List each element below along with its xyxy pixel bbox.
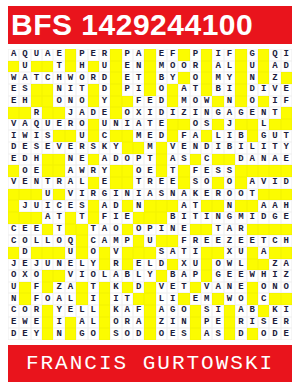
letter-cell: E <box>8 84 19 96</box>
letter-cell: Y <box>99 96 110 108</box>
letter-cell: U <box>247 61 258 73</box>
blocked-cell <box>247 200 258 212</box>
letter-cell: X <box>178 259 189 271</box>
letter-cell: E <box>144 130 155 142</box>
blocked-cell <box>42 328 53 340</box>
blocked-cell <box>19 293 30 305</box>
letter-cell: I <box>201 212 212 224</box>
letter-cell: L <box>99 270 110 282</box>
letter-cell: N <box>247 72 258 84</box>
letter-cell: C <box>99 130 110 142</box>
letter-cell: O <box>156 84 167 96</box>
letter-cell: S <box>212 328 223 340</box>
letter-cell: S <box>178 154 189 166</box>
letter-cell: A <box>42 212 53 224</box>
letter-cell: I <box>258 84 269 96</box>
letter-cell: N <box>65 154 76 166</box>
letter-cell: D <box>110 154 121 166</box>
blocked-cell <box>122 247 133 259</box>
letter-cell: T <box>53 212 64 224</box>
letter-cell: E <box>281 154 292 166</box>
letter-cell: N <box>133 200 144 212</box>
letter-cell: E <box>156 177 167 189</box>
letter-cell: E <box>281 328 292 340</box>
letter-cell: B <box>224 142 235 154</box>
blocked-cell <box>190 328 201 340</box>
blocked-cell <box>144 84 155 96</box>
letter-cell: C <box>8 224 19 236</box>
letter-cell: E <box>281 84 292 96</box>
letter-cell: O <box>122 154 133 166</box>
letter-cell: H <box>281 235 292 247</box>
blocked-cell <box>156 154 167 166</box>
blocked-cell <box>201 259 212 271</box>
blocked-cell <box>235 49 246 61</box>
letter-cell: E <box>235 270 246 282</box>
blocked-cell <box>133 235 144 247</box>
blocked-cell <box>99 293 110 305</box>
blocked-cell <box>99 328 110 340</box>
letter-cell: V <box>156 282 167 294</box>
letter-cell: I <box>65 84 76 96</box>
blocked-cell <box>144 212 155 224</box>
letter-cell: H <box>31 154 42 166</box>
letter-cell: Z <box>281 270 292 282</box>
blocked-cell <box>42 107 53 119</box>
blocked-cell <box>122 224 133 236</box>
letter-cell: R <box>76 142 87 154</box>
letter-cell: P <box>122 49 133 61</box>
letter-cell: I <box>42 200 53 212</box>
letter-cell: F <box>133 305 144 317</box>
letter-cell: B <box>247 305 258 317</box>
letter-cell: N <box>133 61 144 73</box>
blocked-cell <box>156 142 167 154</box>
letter-cell: T <box>53 224 64 236</box>
letter-cell: T <box>247 189 258 201</box>
blocked-cell <box>167 200 178 212</box>
letter-cell: R <box>235 317 246 329</box>
letter-cell: V <box>8 119 19 131</box>
letter-cell: F <box>178 235 189 247</box>
letter-cell: D <box>258 212 269 224</box>
letter-cell: Y <box>31 328 42 340</box>
letter-cell: E <box>122 72 133 84</box>
letter-cell: O <box>212 259 223 271</box>
blocked-cell <box>110 177 121 189</box>
blocked-cell <box>258 305 269 317</box>
letter-cell: R <box>212 189 223 201</box>
letter-cell: C <box>8 305 19 317</box>
letter-cell: N <box>190 142 201 154</box>
blocked-cell <box>133 293 144 305</box>
letter-cell: T <box>133 177 144 189</box>
blocked-cell <box>201 224 212 236</box>
letter-cell: V <box>167 142 178 154</box>
letter-cell: I <box>224 84 235 96</box>
blocked-cell <box>201 200 212 212</box>
blocked-cell <box>156 212 167 224</box>
letter-cell: E <box>269 317 280 329</box>
letter-cell: E <box>8 317 19 329</box>
letter-cell: N <box>65 96 76 108</box>
letter-cell: D <box>99 72 110 84</box>
letter-cell: S <box>156 247 167 259</box>
blocked-cell <box>8 61 19 73</box>
letter-cell: N <box>258 107 269 119</box>
letter-cell: A <box>42 49 53 61</box>
letter-cell: N <box>167 224 178 236</box>
letter-cell: C <box>8 235 19 247</box>
letter-cell: S <box>201 305 212 317</box>
letter-cell: D <box>156 259 167 271</box>
letter-cell: F <box>167 49 178 61</box>
letter-cell: S <box>19 84 30 96</box>
blocked-cell <box>65 49 76 61</box>
letter-cell: C <box>88 235 99 247</box>
letter-cell: R <box>99 49 110 61</box>
letter-cell: E <box>53 119 64 131</box>
letter-cell: O <box>133 165 144 177</box>
letter-cell: O <box>31 270 42 282</box>
letter-cell: G <box>258 130 269 142</box>
letter-cell: L <box>42 235 53 247</box>
letter-cell: L <box>76 177 87 189</box>
blocked-cell <box>110 96 121 108</box>
letter-cell: Y <box>281 142 292 154</box>
letter-cell: L <box>133 270 144 282</box>
letter-cell: A <box>178 189 189 201</box>
letter-cell: D <box>88 107 99 119</box>
letter-cell: T <box>53 61 64 73</box>
letter-cell: V <box>8 177 19 189</box>
blocked-cell <box>178 72 189 84</box>
letter-cell: C <box>269 235 280 247</box>
blocked-cell <box>42 61 53 73</box>
blocked-cell <box>167 259 178 271</box>
letter-cell: T <box>178 247 189 259</box>
letter-cell: A <box>201 328 212 340</box>
letter-cell: A <box>247 177 258 189</box>
letter-cell: Q <box>19 49 30 61</box>
letter-cell: L <box>235 259 246 271</box>
letter-cell: W <box>76 165 87 177</box>
letter-cell: M <box>133 130 144 142</box>
letter-cell: E <box>167 328 178 340</box>
letter-cell: G <box>167 305 178 317</box>
blocked-cell <box>65 130 76 142</box>
letter-cell: E <box>212 235 223 247</box>
letter-cell: O <box>76 119 87 131</box>
blocked-cell <box>167 96 178 108</box>
letter-cell: A <box>224 224 235 236</box>
blocked-cell <box>88 154 99 166</box>
letter-cell: E <box>19 224 30 236</box>
letter-cell: L <box>76 305 87 317</box>
letter-cell: A <box>65 177 76 189</box>
letter-cell: Y <box>224 72 235 84</box>
letter-cell: I <box>281 305 292 317</box>
blocked-cell <box>156 165 167 177</box>
letter-cell: I <box>53 317 64 329</box>
letter-cell: E <box>31 165 42 177</box>
letter-cell: I <box>247 317 258 329</box>
letter-cell: K <box>190 189 201 201</box>
letter-cell: N <box>53 328 64 340</box>
letter-cell: S <box>224 165 235 177</box>
blocked-cell <box>167 235 178 247</box>
letter-cell: M <box>110 235 121 247</box>
blocked-cell <box>88 212 99 224</box>
blocked-cell <box>76 247 87 259</box>
letter-cell: V <box>65 270 76 282</box>
letter-cell: T <box>178 282 189 294</box>
letter-cell: F <box>190 165 201 177</box>
letter-cell: M <box>178 96 189 108</box>
letter-cell: A <box>65 282 76 294</box>
letter-cell: O <box>19 305 30 317</box>
letter-cell: S <box>178 328 189 340</box>
letter-cell: O <box>258 328 269 340</box>
letter-cell: R <box>110 259 121 271</box>
letter-cell: W <box>224 259 235 271</box>
letter-cell: O <box>247 96 258 108</box>
blocked-cell <box>156 235 167 247</box>
letter-cell: R <box>65 119 76 131</box>
blocked-cell <box>212 247 223 259</box>
letter-cell: N <box>224 282 235 294</box>
letter-cell: N <box>110 119 121 131</box>
blocked-cell <box>144 282 155 294</box>
letter-cell: W <box>8 72 19 84</box>
blocked-cell <box>247 293 258 305</box>
letter-cell: P <box>122 235 133 247</box>
letter-cell: E <box>65 305 76 317</box>
letter-cell: A <box>19 72 30 84</box>
letter-cell: X <box>224 247 235 259</box>
blocked-cell <box>156 200 167 212</box>
letter-cell: A <box>269 200 280 212</box>
blocked-cell <box>122 282 133 294</box>
blocked-cell <box>167 130 178 142</box>
letter-cell: T <box>144 119 155 131</box>
letter-cell: O <box>53 96 64 108</box>
author-banner: FRANCIS GURTOWSKI <box>8 345 292 382</box>
letter-cell: W <box>19 317 30 329</box>
letter-cell: I <box>167 317 178 329</box>
letter-cell: E <box>212 317 223 329</box>
letter-cell: S <box>156 189 167 201</box>
letter-cell: H <box>76 61 87 73</box>
letter-cell: N <box>258 154 269 166</box>
letter-cell: D <box>99 84 110 96</box>
blocked-cell <box>31 96 42 108</box>
blocked-cell <box>110 49 121 61</box>
letter-cell: N <box>53 84 64 96</box>
blocked-cell <box>258 61 269 73</box>
blocked-cell <box>122 96 133 108</box>
letter-cell: J <box>65 107 76 119</box>
letter-cell: O <box>190 119 201 131</box>
letter-cell: O <box>235 189 246 201</box>
letter-cell: S <box>88 142 99 154</box>
blocked-cell <box>53 154 64 166</box>
letter-cell: S <box>42 130 53 142</box>
letter-cell: I <box>133 189 144 201</box>
letter-cell: E <box>156 119 167 131</box>
letter-cell: A <box>53 293 64 305</box>
letter-cell: L <box>144 259 155 271</box>
letter-cell: G <box>76 328 87 340</box>
blocked-cell <box>190 282 201 294</box>
letter-cell: K <box>269 305 280 317</box>
blocked-cell <box>31 212 42 224</box>
blocked-cell <box>42 224 53 236</box>
letter-cell: C <box>53 200 64 212</box>
blocked-cell <box>133 247 144 259</box>
letter-cell: M <box>235 212 246 224</box>
blocked-cell <box>178 119 189 131</box>
letter-cell: A <box>133 49 144 61</box>
letter-cell: E <box>122 212 133 224</box>
blocked-cell <box>190 224 201 236</box>
letter-cell: I <box>144 107 155 119</box>
letter-cell: O <box>76 72 87 84</box>
blocked-cell <box>88 177 99 189</box>
letter-cell: Y <box>99 165 110 177</box>
letter-cell: R <box>281 317 292 329</box>
letter-cell: O <box>76 96 87 108</box>
blocked-cell <box>235 96 246 108</box>
letter-cell: P <box>190 49 201 61</box>
letter-cell: M <box>144 142 155 154</box>
letter-cell: I <box>190 107 201 119</box>
letter-cell: E <box>133 259 144 271</box>
letter-cell: F <box>281 96 292 108</box>
letter-cell: D <box>269 328 280 340</box>
blocked-cell <box>42 282 53 294</box>
blocked-cell <box>110 130 121 142</box>
letter-cell: O <box>110 224 121 236</box>
blocked-cell <box>201 247 212 259</box>
letter-cell: U <box>31 49 42 61</box>
letter-cell: O <box>88 270 99 282</box>
blocked-cell <box>178 177 189 189</box>
blocked-cell <box>42 305 53 317</box>
blocked-cell <box>258 72 269 84</box>
letter-cell: T <box>88 282 99 294</box>
letter-cell: N <box>224 200 235 212</box>
puzzle-grid: AQUAEPERPAEFPIFGQIUTHUENMOORALUADWATCHWO… <box>8 49 292 340</box>
letter-cell: N <box>31 177 42 189</box>
letter-cell: A <box>110 270 121 282</box>
blocked-cell <box>212 154 223 166</box>
letter-cell: E <box>224 270 235 282</box>
letter-cell: P <box>76 49 87 61</box>
letter-cell: L <box>247 142 258 154</box>
letter-cell: A <box>235 305 246 317</box>
letter-cell: P <box>133 154 144 166</box>
letter-cell: A <box>76 317 87 329</box>
letter-cell: A <box>144 189 155 201</box>
letter-cell: K <box>99 142 110 154</box>
blocked-cell <box>110 61 121 73</box>
letter-cell: Z <box>269 259 280 271</box>
letter-cell: E <box>19 259 30 271</box>
letter-cell: W <box>247 270 258 282</box>
blocked-cell <box>53 107 64 119</box>
letter-cell: B <box>235 130 246 142</box>
letter-cell: U <box>31 200 42 212</box>
letter-cell: B <box>167 212 178 224</box>
letter-cell: E <box>178 224 189 236</box>
blocked-cell <box>247 247 258 259</box>
blocked-cell <box>201 49 212 61</box>
letter-cell: R <box>88 165 99 177</box>
letter-cell: A <box>190 130 201 142</box>
letter-cell: Y <box>110 142 121 154</box>
letter-cell: A <box>212 282 223 294</box>
letter-cell: I <box>224 130 235 142</box>
letter-cell: A <box>178 84 189 96</box>
letter-cell: O <box>88 328 99 340</box>
blocked-cell <box>88 61 99 73</box>
letter-cell: T <box>31 72 42 84</box>
letter-cell: I <box>122 119 133 131</box>
letter-cell: P <box>122 84 133 96</box>
letter-cell: I <box>212 49 223 61</box>
letter-cell: E <box>167 177 178 189</box>
blocked-cell <box>8 247 19 259</box>
letter-cell: B <box>156 72 167 84</box>
letter-cell: R <box>88 189 99 201</box>
letter-cell: U <box>190 259 201 271</box>
letter-cell: A <box>99 200 110 212</box>
letter-cell: O <box>110 317 121 329</box>
letter-cell: I <box>212 142 223 154</box>
blocked-cell <box>224 317 235 329</box>
letter-cell: E <box>144 96 155 108</box>
blocked-cell <box>110 107 121 119</box>
letter-cell: I <box>281 49 292 61</box>
blocked-cell <box>224 328 235 340</box>
letter-cell: L <box>65 293 76 305</box>
blocked-cell <box>42 96 53 108</box>
letter-cell: E <box>76 154 87 166</box>
letter-cell: T <box>88 224 99 236</box>
blocked-cell <box>190 317 201 329</box>
blocked-cell <box>235 119 246 131</box>
blocked-cell <box>42 84 53 96</box>
blocked-cell <box>258 165 269 177</box>
letter-cell: I <box>76 189 87 201</box>
letter-cell: N <box>178 317 189 329</box>
letter-cell: E <box>19 177 30 189</box>
letter-cell: Z <box>178 107 189 119</box>
blocked-cell <box>247 224 258 236</box>
letter-cell: A <box>258 200 269 212</box>
letter-cell: O <box>156 328 167 340</box>
letter-cell: R <box>31 107 42 119</box>
letter-cell: A <box>178 200 189 212</box>
letter-cell: E <box>31 317 42 329</box>
letter-cell: Z <box>269 72 280 84</box>
letter-cell: A <box>247 154 258 166</box>
blocked-cell <box>235 84 246 96</box>
blocked-cell <box>167 84 178 96</box>
blocked-cell <box>281 293 292 305</box>
letter-cell: I <box>178 212 189 224</box>
